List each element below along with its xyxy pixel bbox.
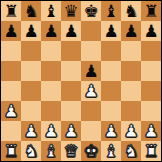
square-c2[interactable]: ♟ [41,121,61,141]
square-a3[interactable]: ♟ [1,101,21,121]
square-a8[interactable]: ♜ [1,1,21,21]
square-c6[interactable] [41,41,61,61]
square-f4[interactable] [101,81,121,101]
square-d6[interactable] [61,41,81,61]
white-pawn: ♟ [123,121,138,141]
square-a1[interactable]: ♜ [1,141,21,161]
black-pawn: ♟ [3,21,18,41]
black-pawn: ♟ [63,21,78,41]
white-pawn: ♟ [143,121,158,141]
square-f6[interactable] [101,41,121,61]
black-rook: ♜ [143,1,158,21]
white-queen: ♛ [63,141,78,161]
square-h2[interactable]: ♟ [141,121,161,141]
square-a2[interactable] [1,121,21,141]
square-f3[interactable] [101,101,121,121]
white-bishop: ♝ [103,141,118,161]
square-f8[interactable]: ♝ [101,1,121,21]
square-c7[interactable]: ♟ [41,21,61,41]
white-rook: ♜ [143,141,158,161]
square-g2[interactable]: ♟ [121,121,141,141]
white-rook: ♜ [3,141,18,161]
black-pawn: ♟ [23,21,38,41]
square-e6[interactable] [81,41,101,61]
square-c1[interactable]: ♝ [41,141,61,161]
square-f1[interactable]: ♝ [101,141,121,161]
white-pawn: ♟ [63,121,78,141]
black-knight: ♞ [23,1,38,21]
chess-board: ♜♞♝♛♚♝♞♜♟♟♟♟♟♟♟♟♟♟♟♟♟♟♟♟♜♞♝♛♚♝♞♜ [1,1,161,161]
square-e5[interactable]: ♟ [81,61,101,81]
white-pawn: ♟ [3,101,18,121]
white-bishop: ♝ [43,141,58,161]
square-c8[interactable]: ♝ [41,1,61,21]
square-a6[interactable] [1,41,21,61]
black-rook: ♜ [3,1,18,21]
square-a4[interactable] [1,81,21,101]
black-bishop: ♝ [103,1,118,21]
square-f2[interactable]: ♟ [101,121,121,141]
square-e8[interactable]: ♚ [81,1,101,21]
square-h6[interactable] [141,41,161,61]
square-c4[interactable] [41,81,61,101]
square-d4[interactable] [61,81,81,101]
square-g5[interactable] [121,61,141,81]
square-b7[interactable]: ♟ [21,21,41,41]
white-knight: ♞ [23,141,38,161]
square-b5[interactable] [21,61,41,81]
board-frame: ♜♞♝♛♚♝♞♜♟♟♟♟♟♟♟♟♟♟♟♟♟♟♟♟♜♞♝♛♚♝♞♜ [0,0,162,162]
square-g7[interactable]: ♟ [121,21,141,41]
black-pawn: ♟ [83,61,98,81]
white-pawn: ♟ [23,121,38,141]
square-a5[interactable] [1,61,21,81]
black-pawn: ♟ [43,21,58,41]
square-d5[interactable] [61,61,81,81]
square-g3[interactable] [121,101,141,121]
square-b4[interactable] [21,81,41,101]
black-pawn: ♟ [143,21,158,41]
square-g1[interactable]: ♞ [121,141,141,161]
white-pawn: ♟ [103,121,118,141]
square-e2[interactable] [81,121,101,141]
square-g8[interactable]: ♞ [121,1,141,21]
square-c5[interactable] [41,61,61,81]
square-d2[interactable]: ♟ [61,121,81,141]
white-king: ♚ [83,141,98,161]
square-b6[interactable] [21,41,41,61]
square-h8[interactable]: ♜ [141,1,161,21]
square-h3[interactable] [141,101,161,121]
black-queen: ♛ [63,1,78,21]
black-knight: ♞ [123,1,138,21]
square-e1[interactable]: ♚ [81,141,101,161]
white-knight: ♞ [123,141,138,161]
square-e3[interactable] [81,101,101,121]
square-c3[interactable] [41,101,61,121]
white-pawn: ♟ [43,121,58,141]
square-f5[interactable] [101,61,121,81]
square-h4[interactable] [141,81,161,101]
square-h1[interactable]: ♜ [141,141,161,161]
square-d3[interactable] [61,101,81,121]
square-g6[interactable] [121,41,141,61]
square-e4[interactable]: ♟ [81,81,101,101]
square-b2[interactable]: ♟ [21,121,41,141]
square-f7[interactable]: ♟ [101,21,121,41]
square-h7[interactable]: ♟ [141,21,161,41]
square-e7[interactable] [81,21,101,41]
square-g4[interactable] [121,81,141,101]
black-pawn: ♟ [123,21,138,41]
white-pawn: ♟ [83,81,98,101]
black-bishop: ♝ [43,1,58,21]
square-h5[interactable] [141,61,161,81]
square-d7[interactable]: ♟ [61,21,81,41]
black-king: ♚ [83,1,98,21]
square-b8[interactable]: ♞ [21,1,41,21]
black-pawn: ♟ [103,21,118,41]
square-b1[interactable]: ♞ [21,141,41,161]
square-a7[interactable]: ♟ [1,21,21,41]
square-d8[interactable]: ♛ [61,1,81,21]
square-d1[interactable]: ♛ [61,141,81,161]
square-b3[interactable] [21,101,41,121]
